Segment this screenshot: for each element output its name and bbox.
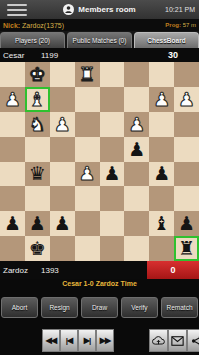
square-a7[interactable]: ♟ — [0, 87, 25, 112]
black-player-clock: 0 — [147, 261, 199, 279]
black-player-name: Zardoz — [3, 266, 41, 275]
square-g8[interactable] — [149, 62, 174, 87]
black-king: ♚ — [29, 239, 46, 258]
white-pawn: ♟ — [54, 115, 71, 134]
black-pawn: ♟ — [128, 140, 145, 159]
black-bishop: ♝ — [153, 214, 170, 233]
square-h4[interactable] — [174, 162, 199, 187]
square-g3[interactable] — [149, 186, 174, 211]
last-move-button[interactable]: ▶▶ — [96, 329, 114, 352]
square-h5[interactable] — [174, 137, 199, 162]
square-h2[interactable]: ♟ — [174, 211, 199, 236]
verify-button[interactable]: Verify — [121, 297, 158, 318]
abort-button[interactable]: Abort — [1, 297, 38, 318]
tab-chessboard[interactable]: ChessBoard — [134, 32, 199, 48]
square-g7[interactable]: ♟ — [149, 87, 174, 112]
white-player-clock: 30 — [147, 48, 199, 62]
next-move-button[interactable]: ▶| — [78, 329, 96, 352]
square-c3[interactable] — [50, 186, 75, 211]
tab-bar: Players (20)Public Matches (0)ChessBoard — [0, 31, 199, 48]
square-e4[interactable]: ♟ — [100, 162, 125, 187]
prev-move-button[interactable]: |◀ — [60, 329, 78, 352]
black-pawn: ♟ — [54, 214, 71, 233]
black-player-rating: 1393 — [41, 266, 59, 275]
square-b3[interactable] — [25, 186, 50, 211]
cloud-upload-icon[interactable] — [149, 329, 168, 352]
white-pawn: ♟ — [128, 115, 145, 134]
square-c4[interactable] — [50, 162, 75, 187]
square-b7[interactable]: ♝ — [25, 87, 50, 112]
square-g6[interactable] — [149, 112, 174, 137]
square-a2[interactable]: ♟ — [0, 211, 25, 236]
square-h3[interactable] — [174, 186, 199, 211]
square-g4[interactable]: ♟ — [149, 162, 174, 187]
white-player-row: Cesar 1199 30 — [0, 48, 199, 62]
white-pawn: ♟ — [4, 90, 21, 109]
square-d7[interactable] — [75, 87, 100, 112]
black-queen: ♛ — [29, 164, 46, 183]
share-icon[interactable] — [187, 329, 199, 352]
black-player-row: Zardoz 1393 0 — [0, 261, 199, 279]
square-g5[interactable] — [149, 137, 174, 162]
game-result-text: Cesar 1-0 Zardoz Time — [0, 280, 199, 287]
white-player-rating: 1199 — [41, 51, 58, 60]
menu-icon[interactable] — [7, 4, 27, 16]
white-king: ♚ — [29, 65, 46, 84]
square-b4[interactable]: ♛ — [25, 162, 50, 187]
chess-board[interactable]: ♚♜♟♝♟♟♞♟♟♟♛♟♟♟♟♟♟♝♟♚♜ — [0, 62, 199, 261]
square-a8[interactable] — [0, 62, 25, 87]
square-f6[interactable]: ♟ — [124, 112, 149, 137]
square-e7[interactable] — [100, 87, 125, 112]
square-f3[interactable] — [124, 186, 149, 211]
square-d2[interactable] — [75, 211, 100, 236]
square-b5[interactable] — [25, 137, 50, 162]
prog-text: Prog: 57 m — [165, 22, 196, 28]
black-pawn: ♟ — [178, 214, 195, 233]
square-h8[interactable] — [174, 62, 199, 87]
square-b1[interactable]: ♚ — [25, 236, 50, 261]
square-a6[interactable] — [0, 112, 25, 137]
tab-players-20[interactable]: Players (20) — [0, 32, 65, 48]
square-g1[interactable] — [149, 236, 174, 261]
square-h1[interactable]: ♜ — [174, 236, 199, 261]
user-info-bar: Nick: Zardoz(1375) Prog: 57 m — [0, 19, 199, 31]
share-bar — [149, 329, 199, 352]
square-d4[interactable]: ♟ — [75, 162, 100, 187]
square-c6[interactable]: ♟ — [50, 112, 75, 137]
tab-public-matches-0[interactable]: Public Matches (0) — [67, 32, 132, 48]
white-pawn: ♟ — [178, 90, 195, 109]
square-e3[interactable] — [100, 186, 125, 211]
move-navigation-bar: ◀◀|◀▶|▶▶ — [42, 329, 114, 352]
first-move-button[interactable]: ◀◀ — [42, 329, 60, 352]
white-pawn: ♟ — [79, 164, 96, 183]
chess-app-screen: Members room 10:21 PM Nick: Zardoz(1375)… — [0, 0, 199, 355]
black-pawn: ♟ — [103, 164, 120, 183]
black-pawn: ♟ — [29, 214, 46, 233]
square-b2[interactable]: ♟ — [25, 211, 50, 236]
square-a1[interactable] — [0, 236, 25, 261]
square-f1[interactable] — [124, 236, 149, 261]
white-player-name: Cesar — [3, 51, 41, 60]
white-bishop: ♝ — [29, 90, 46, 109]
square-b6[interactable]: ♞ — [25, 112, 50, 137]
nick-text: Nick: Zardoz(1375) — [3, 22, 64, 29]
room-avatar-icon — [63, 4, 74, 15]
square-c7[interactable] — [50, 87, 75, 112]
square-e1[interactable] — [100, 236, 125, 261]
page-title: Members room — [78, 5, 135, 14]
square-c5[interactable] — [50, 137, 75, 162]
square-d5[interactable] — [75, 137, 100, 162]
square-f2[interactable] — [124, 211, 149, 236]
square-c8[interactable] — [50, 62, 75, 87]
black-rook: ♜ — [178, 239, 195, 258]
white-knight: ♞ — [29, 115, 46, 134]
square-f5[interactable]: ♟ — [124, 137, 149, 162]
square-c2[interactable]: ♟ — [50, 211, 75, 236]
mail-icon[interactable] — [168, 329, 187, 352]
action-button-bar: AbortResignDrawVerifyRematch — [0, 297, 199, 318]
square-a4[interactable] — [0, 162, 25, 187]
white-pawn: ♟ — [153, 90, 170, 109]
top-bar: Members room 10:21 PM — [0, 0, 199, 19]
square-b8[interactable]: ♚ — [25, 62, 50, 87]
square-d6[interactable] — [75, 112, 100, 137]
square-e6[interactable] — [100, 112, 125, 137]
white-rook: ♜ — [79, 65, 96, 84]
square-c1[interactable] — [50, 236, 75, 261]
square-f4[interactable] — [124, 162, 149, 187]
square-f7[interactable] — [124, 87, 149, 112]
black-pawn: ♟ — [4, 214, 21, 233]
square-e2[interactable] — [100, 211, 125, 236]
square-d3[interactable] — [75, 186, 100, 211]
resign-button[interactable]: Resign — [41, 297, 78, 318]
black-pawn: ♟ — [153, 164, 170, 183]
square-e8[interactable] — [100, 62, 125, 87]
status-time: 10:21 PM — [165, 0, 195, 19]
square-a5[interactable] — [0, 137, 25, 162]
rematch-button[interactable]: Rematch — [161, 297, 198, 318]
square-h7[interactable]: ♟ — [174, 87, 199, 112]
square-g2[interactable]: ♝ — [149, 211, 174, 236]
square-h6[interactable] — [174, 112, 199, 137]
draw-button[interactable]: Draw — [81, 297, 118, 318]
square-d8[interactable]: ♜ — [75, 62, 100, 87]
square-f8[interactable] — [124, 62, 149, 87]
square-a3[interactable] — [0, 186, 25, 211]
square-d1[interactable] — [75, 236, 100, 261]
square-e5[interactable] — [100, 137, 125, 162]
